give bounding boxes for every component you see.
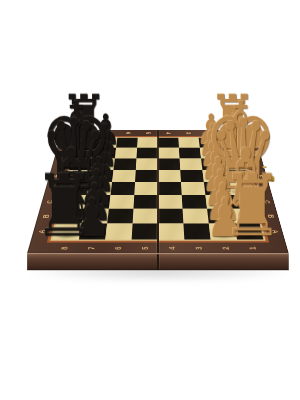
chess-board[interactable]: ♜♟♟♜♞♟♟♞♝♟♟♝♚♟♟♚♛♟♟♛♝♟♟♝♞♟♟♞♜♟♟♜ 8877665… xyxy=(27,130,289,253)
square-c5[interactable] xyxy=(133,195,158,209)
rank-label-back-6: 6 xyxy=(124,132,132,134)
square-c4[interactable] xyxy=(158,195,183,209)
square-b5[interactable] xyxy=(133,209,158,224)
piece-black-rook[interactable]: ♜ xyxy=(33,162,94,248)
product-photo-canvas: ♜♟♟♜♞♟♟♞♝♟♟♝♚♟♟♚♛♟♟♛♝♟♟♝♞♟♟♞♜♟♟♜ 8877665… xyxy=(0,0,300,400)
square-b4[interactable] xyxy=(158,209,183,224)
square-a5[interactable] xyxy=(132,224,158,240)
board-front-edge xyxy=(27,253,289,270)
rank-label-back-4: 4 xyxy=(164,132,171,134)
square-a8[interactable]: ♜ xyxy=(53,224,82,240)
piece-white-rook[interactable]: ♜ xyxy=(221,162,282,248)
square-d4[interactable] xyxy=(158,182,182,195)
rank-label-back-3: 3 xyxy=(184,132,192,134)
square-a4[interactable] xyxy=(158,224,184,240)
fold-seam-front xyxy=(157,254,159,269)
square-a1[interactable]: ♜ xyxy=(234,224,263,240)
rank-label-back-5: 5 xyxy=(144,132,151,134)
square-d5[interactable] xyxy=(134,182,158,195)
